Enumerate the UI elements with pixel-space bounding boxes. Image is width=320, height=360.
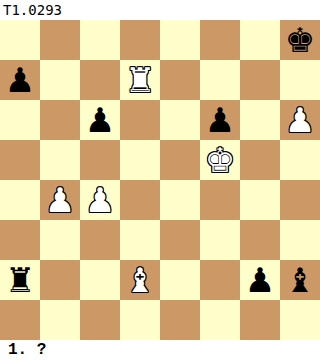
black-pawn-g2[interactable]: ♟ (245, 260, 275, 300)
square-f3[interactable] (200, 220, 240, 260)
square-a2[interactable]: ♜ (0, 260, 40, 300)
square-b7[interactable] (40, 60, 80, 100)
white-bishop-d2[interactable]: ♝ (125, 260, 155, 300)
square-g3[interactable] (240, 220, 280, 260)
square-b4[interactable]: ♟ (40, 180, 80, 220)
square-h5[interactable] (280, 140, 320, 180)
black-king-h8[interactable]: ♚ (285, 20, 315, 60)
square-b3[interactable] (40, 220, 80, 260)
square-d6[interactable] (120, 100, 160, 140)
white-pawn-b4[interactable]: ♟ (45, 180, 75, 220)
square-b5[interactable] (40, 140, 80, 180)
title-bar: T1.0293 (0, 0, 320, 20)
square-f8[interactable] (200, 20, 240, 60)
square-h2[interactable]: ♝ (280, 260, 320, 300)
square-a4[interactable] (0, 180, 40, 220)
square-f6[interactable]: ♟ (200, 100, 240, 140)
square-h7[interactable] (280, 60, 320, 100)
square-b8[interactable] (40, 20, 80, 60)
square-c5[interactable] (80, 140, 120, 180)
square-g7[interactable] (240, 60, 280, 100)
black-rook-a2[interactable]: ♜ (5, 260, 35, 300)
square-a3[interactable] (0, 220, 40, 260)
square-b1[interactable] (40, 300, 80, 340)
chess-board: ♚♟♜♟♟♟♚♟♟♜♝♟♝ (0, 20, 320, 340)
white-king-f5[interactable]: ♚ (205, 140, 235, 180)
square-c3[interactable] (80, 220, 120, 260)
square-d5[interactable] (120, 140, 160, 180)
square-d3[interactable] (120, 220, 160, 260)
square-b6[interactable] (40, 100, 80, 140)
square-e4[interactable] (160, 180, 200, 220)
square-c8[interactable] (80, 20, 120, 60)
square-d7[interactable]: ♜ (120, 60, 160, 100)
square-g1[interactable] (240, 300, 280, 340)
square-a5[interactable] (0, 140, 40, 180)
square-b2[interactable] (40, 260, 80, 300)
black-pawn-f6[interactable]: ♟ (205, 100, 235, 140)
black-pawn-a7[interactable]: ♟ (5, 60, 35, 100)
square-g2[interactable]: ♟ (240, 260, 280, 300)
square-d1[interactable] (120, 300, 160, 340)
square-f1[interactable] (200, 300, 240, 340)
square-f2[interactable] (200, 260, 240, 300)
white-rook-d7[interactable]: ♜ (125, 60, 155, 100)
square-a1[interactable] (0, 300, 40, 340)
square-a6[interactable] (0, 100, 40, 140)
square-h3[interactable] (280, 220, 320, 260)
square-g8[interactable] (240, 20, 280, 60)
square-d4[interactable] (120, 180, 160, 220)
square-c7[interactable] (80, 60, 120, 100)
square-e3[interactable] (160, 220, 200, 260)
square-c1[interactable] (80, 300, 120, 340)
square-g4[interactable] (240, 180, 280, 220)
square-g6[interactable] (240, 100, 280, 140)
footer-bar: 1. ? (0, 340, 320, 360)
square-h8[interactable]: ♚ (280, 20, 320, 60)
square-e5[interactable] (160, 140, 200, 180)
square-e6[interactable] (160, 100, 200, 140)
square-c4[interactable]: ♟ (80, 180, 120, 220)
white-pawn-h6[interactable]: ♟ (285, 100, 315, 140)
square-d2[interactable]: ♝ (120, 260, 160, 300)
white-pawn-c4[interactable]: ♟ (85, 180, 115, 220)
black-pawn-c6[interactable]: ♟ (85, 100, 115, 140)
square-c6[interactable]: ♟ (80, 100, 120, 140)
square-e2[interactable] (160, 260, 200, 300)
square-f7[interactable] (200, 60, 240, 100)
square-e7[interactable] (160, 60, 200, 100)
puzzle-id: T1.0293 (0, 0, 62, 20)
black-bishop-h2[interactable]: ♝ (285, 260, 315, 300)
square-f5[interactable]: ♚ (200, 140, 240, 180)
square-g5[interactable] (240, 140, 280, 180)
square-a7[interactable]: ♟ (0, 60, 40, 100)
square-h1[interactable] (280, 300, 320, 340)
square-d8[interactable] (120, 20, 160, 60)
square-h4[interactable] (280, 180, 320, 220)
square-h6[interactable]: ♟ (280, 100, 320, 140)
square-e8[interactable] (160, 20, 200, 60)
square-c2[interactable] (80, 260, 120, 300)
move-prompt: 1. ? (0, 340, 46, 360)
square-e1[interactable] (160, 300, 200, 340)
square-f4[interactable] (200, 180, 240, 220)
square-a8[interactable] (0, 20, 40, 60)
chess-puzzle-page: T1.0293 ♚♟♜♟♟♟♚♟♟♜♝♟♝ 1. ? (0, 0, 320, 360)
